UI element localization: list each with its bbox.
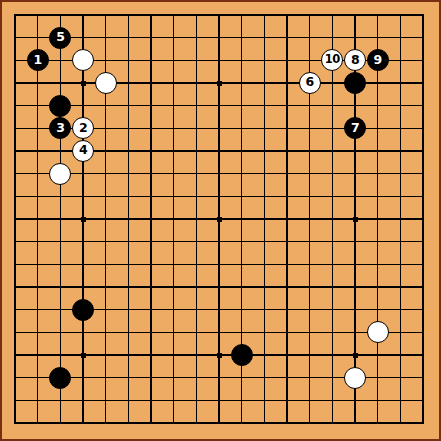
go-stone-black [72,299,94,321]
go-board: 51324108967 [0,0,441,441]
go-stone-white: 2 [72,117,94,139]
go-stone-black: 7 [344,117,366,139]
go-stone-white: 4 [72,140,94,162]
star-point [353,217,358,222]
go-stone-white [344,367,366,389]
grid-line-horizontal [14,422,424,424]
go-stone-black: 5 [49,27,71,49]
star-point [353,353,358,358]
stone-move-number: 8 [351,54,359,67]
grid-line-vertical [332,14,333,424]
grid-line-horizontal [14,241,424,242]
grid-line-horizontal [14,264,424,265]
go-stone-black: 9 [367,49,389,71]
go-stone-black: 3 [49,117,71,139]
grid-line-vertical [377,14,378,424]
go-stone-white: 8 [344,49,366,71]
go-stone-black: 1 [27,49,49,71]
stone-move-number: 6 [306,76,314,89]
grid-line-horizontal [14,332,424,333]
stone-move-number: 3 [56,122,64,135]
grid-line-vertical [286,14,287,424]
grid-line-vertical [264,14,265,424]
go-stone-white: 10 [321,49,343,71]
go-stone-white [95,72,117,94]
stone-move-number: 2 [79,122,87,135]
star-point [81,353,86,358]
star-point [81,81,86,86]
go-stone-white [72,49,94,71]
star-point [217,81,222,86]
stone-move-number: 10 [325,54,340,66]
grid-line-horizontal [14,286,424,287]
go-stone-white [49,163,71,185]
grid-line-horizontal [14,400,424,401]
stone-move-number: 1 [34,54,42,67]
grid-line-vertical [422,14,424,424]
go-stone-black [49,95,71,117]
go-stone-white [367,321,389,343]
stone-move-number: 4 [79,144,87,157]
go-stone-black [231,344,253,366]
go-stone-white: 6 [299,72,321,94]
board-lattice: 51324108967 [15,15,423,423]
stone-move-number: 5 [56,31,64,44]
stone-move-number: 9 [374,54,382,67]
stone-move-number: 7 [351,122,359,135]
grid-line-vertical [400,14,401,424]
star-point [81,217,86,222]
go-stone-black [49,367,71,389]
star-point [217,353,222,358]
go-stone-black [344,72,366,94]
star-point [217,217,222,222]
